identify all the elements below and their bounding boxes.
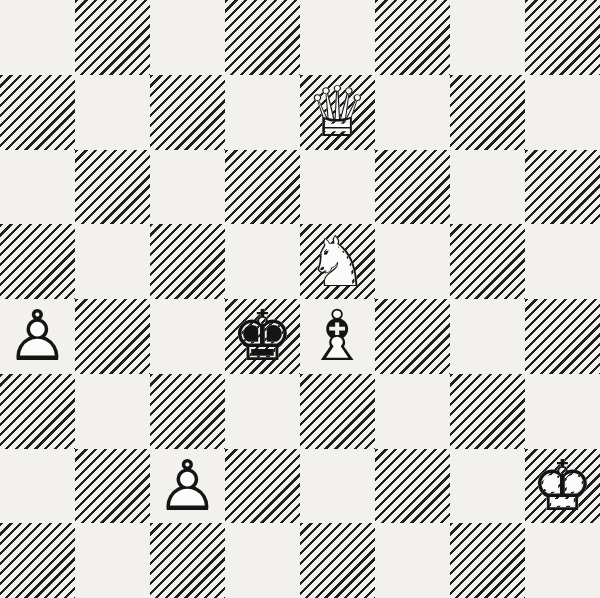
square-e3 (300, 374, 375, 449)
square-d4: ♚♚ (225, 299, 300, 374)
piece-white-king: ♚♔ (525, 449, 600, 524)
square-e2 (300, 449, 375, 524)
square-f4 (375, 299, 450, 374)
piece-white-knight: ♞♘ (300, 224, 375, 299)
square-c6 (150, 150, 225, 225)
square-a3 (0, 374, 75, 449)
piece-glyph: ♙ (6, 301, 69, 371)
square-h1 (525, 523, 600, 598)
square-b8 (75, 0, 150, 75)
square-a8 (0, 0, 75, 75)
square-a1 (0, 523, 75, 598)
square-a5 (0, 224, 75, 299)
square-f7 (375, 75, 450, 150)
square-b7 (75, 75, 150, 150)
square-c8 (150, 0, 225, 75)
piece-white-pawn: ♟♙ (150, 449, 225, 524)
square-g3 (450, 374, 525, 449)
piece-glyph: ♗ (306, 301, 369, 371)
square-d1 (225, 523, 300, 598)
square-h4 (525, 299, 600, 374)
piece-glyph: ♚ (231, 301, 294, 371)
square-d8 (225, 0, 300, 75)
square-b2 (75, 449, 150, 524)
square-c5 (150, 224, 225, 299)
square-b5 (75, 224, 150, 299)
square-b6 (75, 150, 150, 225)
square-d5 (225, 224, 300, 299)
piece-white-bishop: ♝♗ (300, 299, 375, 374)
square-g2 (450, 449, 525, 524)
square-e5: ♞♘ (300, 224, 375, 299)
square-a2 (0, 449, 75, 524)
square-f1 (375, 523, 450, 598)
square-a4: ♟♙ (0, 299, 75, 374)
square-c7 (150, 75, 225, 150)
square-g4 (450, 299, 525, 374)
square-f2 (375, 449, 450, 524)
piece-glyph: ♘ (306, 227, 369, 297)
square-f8 (375, 0, 450, 75)
square-f3 (375, 374, 450, 449)
square-e7: ♛♕ (300, 75, 375, 150)
piece-glyph: ♔ (531, 451, 594, 521)
square-c3 (150, 374, 225, 449)
square-a7 (0, 75, 75, 150)
square-e4: ♝♗ (300, 299, 375, 374)
square-h8 (525, 0, 600, 75)
square-h5 (525, 224, 600, 299)
square-e1 (300, 523, 375, 598)
square-c2: ♟♙ (150, 449, 225, 524)
piece-white-queen: ♛♕ (300, 75, 375, 150)
square-h2: ♚♔ (525, 449, 600, 524)
square-d2 (225, 449, 300, 524)
chess-board: ♛♕♞♘♟♙♚♚♝♗♟♙♚♔ (0, 0, 600, 598)
piece-black-king: ♚♚ (225, 299, 300, 374)
square-g8 (450, 0, 525, 75)
piece-white-pawn: ♟♙ (0, 299, 75, 374)
square-e6 (300, 150, 375, 225)
square-g6 (450, 150, 525, 225)
square-g7 (450, 75, 525, 150)
square-b4 (75, 299, 150, 374)
square-h6 (525, 150, 600, 225)
square-b3 (75, 374, 150, 449)
square-d3 (225, 374, 300, 449)
square-f5 (375, 224, 450, 299)
square-h3 (525, 374, 600, 449)
square-b1 (75, 523, 150, 598)
square-c4 (150, 299, 225, 374)
square-d7 (225, 75, 300, 150)
piece-glyph: ♕ (306, 77, 369, 147)
square-c1 (150, 523, 225, 598)
square-g5 (450, 224, 525, 299)
square-f6 (375, 150, 450, 225)
square-e8 (300, 0, 375, 75)
square-a6 (0, 150, 75, 225)
piece-glyph: ♙ (156, 451, 219, 521)
square-g1 (450, 523, 525, 598)
square-d6 (225, 150, 300, 225)
square-h7 (525, 75, 600, 150)
